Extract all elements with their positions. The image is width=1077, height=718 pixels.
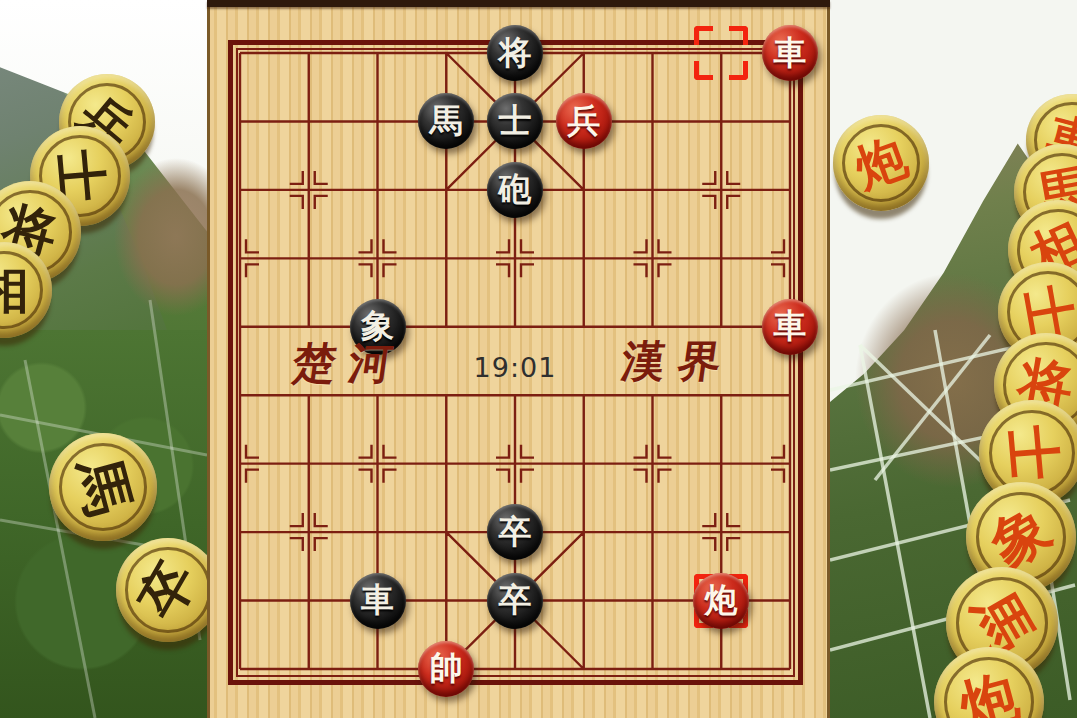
piece-black-cannon[interactable]: 砲 bbox=[487, 162, 543, 218]
game-clock: 19:01 bbox=[474, 352, 557, 383]
decor-gold-piece-left-6: 卒 bbox=[116, 538, 207, 642]
piece-red-chariot-2[interactable]: 車 bbox=[762, 299, 818, 355]
piece-red-soldier[interactable]: 兵 bbox=[556, 93, 612, 149]
piece-black-chariot[interactable]: 車 bbox=[350, 573, 406, 629]
piece-red-chariot-1[interactable]: 車 bbox=[762, 25, 818, 81]
river-label-left: 楚河 bbox=[289, 335, 409, 393]
xiangqi-app-screen: 兵士将相馬卒 炮車馬相士将士象馬炮 将馬士兵車砲象車卒車卒炮帥 楚河 漢界 19… bbox=[0, 0, 1077, 718]
top-tray-edge bbox=[207, 0, 830, 7]
right-photo-decoration: 炮車馬相士将士象馬炮 bbox=[830, 0, 1077, 718]
piece-black-soldier-2[interactable]: 卒 bbox=[487, 573, 543, 629]
decor-gold-piece-right-1: 炮 bbox=[833, 115, 929, 211]
last-move-from bbox=[694, 26, 748, 80]
piece-black-soldier-1[interactable]: 卒 bbox=[487, 504, 543, 560]
river-label-right: 漢界 bbox=[618, 333, 738, 391]
piece-red-cannon[interactable]: 炮 bbox=[693, 573, 749, 629]
left-photo-decoration: 兵士将相馬卒 bbox=[0, 0, 207, 718]
piece-black-general[interactable]: 将 bbox=[487, 25, 543, 81]
decor-gold-piece-left-4: 相 bbox=[0, 242, 52, 338]
piece-red-general[interactable]: 帥 bbox=[418, 641, 474, 697]
decor-gold-piece-left-5: 馬 bbox=[49, 433, 157, 541]
decor-gold-piece-right-10: 炮 bbox=[934, 647, 1044, 718]
